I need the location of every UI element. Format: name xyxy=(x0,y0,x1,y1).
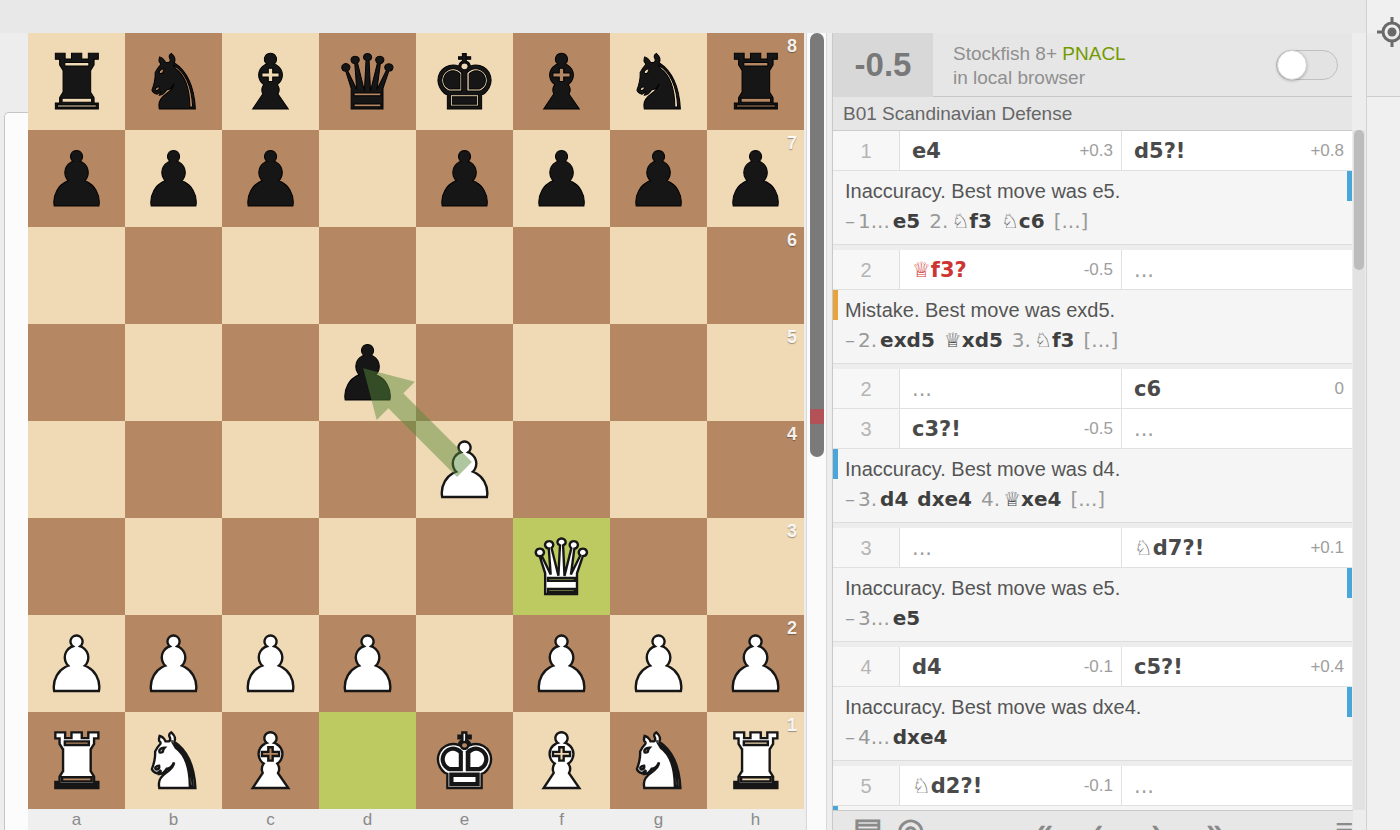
variation-marker: – xyxy=(845,725,855,749)
previous-move-icon[interactable]: ‹ xyxy=(1093,814,1103,830)
analysis-toolbar: ▤◎«‹›»≡ xyxy=(833,810,1353,830)
judgment-bar-orange xyxy=(833,290,838,320)
engine-location: in local browser xyxy=(953,66,1126,90)
square-g6[interactable] xyxy=(610,227,707,324)
annotation-comment: Inaccuracy. Best move was d4.–3.d4dxe44.… xyxy=(833,449,1352,523)
square-c4[interactable] xyxy=(222,421,319,518)
square-f1[interactable]: ♝ xyxy=(513,712,610,809)
rank-label-7: 7 xyxy=(777,133,797,154)
variation-marker: 3... xyxy=(858,606,890,630)
variation-marker: 3. xyxy=(1012,328,1031,352)
move-eval: -0.1 xyxy=(1084,766,1121,805)
annotation-comment: Mistake. Best move was exd5.–2.exd5♕xd53… xyxy=(833,290,1352,364)
move-eval: -0.1 xyxy=(1084,647,1121,686)
variation-line: –4...dxe4 xyxy=(845,722,1340,753)
move-san[interactable]: d4 xyxy=(900,647,942,686)
scrollbar-find-marker xyxy=(810,409,824,424)
move-san[interactable]: ... xyxy=(1122,250,1154,289)
move-san[interactable]: ♕f3? xyxy=(900,250,967,289)
square-f2[interactable]: ♟ xyxy=(513,615,610,712)
piece-white-rook[interactable]: ♜ xyxy=(28,712,125,809)
engine-name: Stockfish 8+ xyxy=(953,43,1057,64)
annotation-comment: Inaccuracy. Best move was e5.–3...e5 xyxy=(833,568,1352,642)
move-row: 3...♘d7?!+0.1 xyxy=(833,528,1352,568)
square-d2[interactable]: ♟ xyxy=(319,615,416,712)
next-move-icon[interactable]: › xyxy=(1151,814,1161,830)
rank-label-8: 8 xyxy=(777,36,797,57)
square-a7[interactable]: ♟ xyxy=(28,130,125,227)
move-row: 5♘d2?!-0.1... xyxy=(833,766,1352,806)
black-move-cell[interactable]: ... xyxy=(1122,409,1352,448)
right-gutter xyxy=(1366,0,1400,830)
square-b5[interactable] xyxy=(125,324,222,421)
variation-line: –1...e52.♘f3♘c6[...] xyxy=(845,206,1340,237)
square-c2[interactable]: ♟ xyxy=(222,615,319,712)
square-e3[interactable] xyxy=(416,518,513,615)
square-a1[interactable]: ♜ xyxy=(28,712,125,809)
variation-move[interactable]: d4 xyxy=(880,487,908,511)
variation-marker: 4. xyxy=(981,487,1000,511)
square-d6[interactable] xyxy=(319,227,416,324)
square-g1[interactable]: ♞ xyxy=(610,712,707,809)
square-g4[interactable] xyxy=(610,421,707,518)
comment-text: Inaccuracy. Best move was d4. xyxy=(845,454,1340,484)
black-move-cell[interactable]: ... xyxy=(1122,250,1352,289)
analysis-panel: -0.5 Stockfish 8+ PNACL in local browser… xyxy=(832,33,1352,830)
move-san[interactable]: c3?! xyxy=(900,409,961,448)
variation-marker: – xyxy=(845,606,855,630)
rank-label-2: 2 xyxy=(777,618,797,639)
white-move-cell[interactable]: c3?!-0.5 xyxy=(900,409,1122,448)
opening-name: B01 Scandinavian Defense xyxy=(833,97,1352,131)
file-coordinates: abcdefgh xyxy=(28,809,804,830)
move-eval: +0.1 xyxy=(1310,528,1352,567)
square-e2[interactable] xyxy=(416,615,513,712)
piece-white-pawn[interactable]: ♟ xyxy=(513,615,610,712)
square-a2[interactable]: ♟ xyxy=(28,615,125,712)
analysis-board-icon[interactable]: ▤ xyxy=(853,814,882,830)
file-label-f: f xyxy=(513,810,610,830)
move-san[interactable]: ♘d2?! xyxy=(900,766,982,805)
white-move-cell[interactable]: ♘d2?!-0.1 xyxy=(900,766,1122,805)
comment-text: Inaccuracy. Best move was dxe4. xyxy=(845,692,1340,722)
piece-black-pawn[interactable]: ♟ xyxy=(28,130,125,227)
variation-move[interactable]: ♘f3 xyxy=(951,209,992,233)
first-move-icon[interactable]: « xyxy=(1036,814,1053,830)
move-san[interactable]: ... xyxy=(1122,409,1154,448)
piece-black-queen[interactable]: ♛ xyxy=(319,33,416,130)
square-b4[interactable] xyxy=(125,421,222,518)
settings-gear-icon[interactable] xyxy=(1377,16,1400,48)
piece-black-king[interactable]: ♚ xyxy=(416,33,513,130)
file-label-g: g xyxy=(610,810,707,830)
comment-text: Mistake. Best move was exd5. xyxy=(845,295,1340,325)
move-eval: +0.3 xyxy=(1079,131,1121,170)
top-strip xyxy=(0,0,1400,33)
square-a8[interactable]: ♜ xyxy=(28,33,125,130)
move-san[interactable]: ... xyxy=(900,369,932,408)
square-g5[interactable] xyxy=(610,324,707,421)
piece-white-pawn[interactable]: ♟ xyxy=(28,615,125,712)
variation-marker: – xyxy=(845,209,855,233)
white-move-cell[interactable]: e4+0.3 xyxy=(900,131,1122,170)
square-f3[interactable]: ♛ xyxy=(513,518,610,615)
move-list: 1e4+0.3d5?!+0.8Inaccuracy. Best move was… xyxy=(833,131,1352,830)
piece-white-king[interactable]: ♚ xyxy=(416,712,513,809)
comment-text: Inaccuracy. Best move was e5. xyxy=(845,573,1340,603)
move-san[interactable]: c5?! xyxy=(1122,647,1183,686)
variation-marker: [...] xyxy=(1070,487,1105,511)
move-number: 2 xyxy=(833,369,900,408)
piece-black-bishop[interactable]: ♝ xyxy=(513,33,610,130)
move-san[interactable]: ♘d7?! xyxy=(1122,528,1204,567)
variation-line: –3.d4dxe44.♕xe4[...] xyxy=(845,484,1340,515)
square-e1[interactable]: ♚ xyxy=(416,712,513,809)
engine-eval: -0.5 xyxy=(833,33,933,97)
piece-black-pawn[interactable]: ♟ xyxy=(222,130,319,227)
annotation-comment: Inaccuracy. Best move was e5.–1...e52.♘f… xyxy=(833,171,1352,245)
square-d4[interactable] xyxy=(319,421,416,518)
move-eval: -0.5 xyxy=(1084,250,1121,289)
variation-marker: – xyxy=(845,328,855,352)
board-grid: ♜♞♝♛♚♝♞♜♟♟♟♟♟♟♟♟♟♛♟♟♟♟♟♟♟♜♞♝♚♝♞♜ xyxy=(28,33,804,809)
variation-move[interactable]: ♕xe4 xyxy=(1003,487,1061,511)
piece-black-pawn[interactable]: ♟ xyxy=(610,130,707,227)
square-g7[interactable]: ♟ xyxy=(610,130,707,227)
square-b1[interactable]: ♞ xyxy=(125,712,222,809)
square-a4[interactable] xyxy=(28,421,125,518)
last-move-icon[interactable]: » xyxy=(1206,814,1223,830)
square-c6[interactable] xyxy=(222,227,319,324)
piece-white-pawn[interactable]: ♟ xyxy=(610,615,707,712)
piece-black-pawn[interactable]: ♟ xyxy=(125,130,222,227)
white-move-cell[interactable]: ♕f3?-0.5 xyxy=(900,250,1122,289)
annotation-comment: Inaccuracy. Best move was dxe4.–4...dxe4 xyxy=(833,687,1352,761)
toggle-knob[interactable] xyxy=(1277,50,1307,80)
square-f6[interactable] xyxy=(513,227,610,324)
square-f8[interactable]: ♝ xyxy=(513,33,610,130)
file-label-a: a xyxy=(28,810,125,830)
file-label-c: c xyxy=(222,810,319,830)
variation-marker: [...] xyxy=(1054,209,1089,233)
square-f4[interactable] xyxy=(513,421,610,518)
rank-label-1: 1 xyxy=(777,715,797,736)
rank-label-5: 5 xyxy=(777,327,797,348)
square-a3[interactable] xyxy=(28,518,125,615)
piece-white-pawn[interactable]: ♟ xyxy=(416,421,513,518)
square-f7[interactable]: ♟ xyxy=(513,130,610,227)
engine-toggle[interactable] xyxy=(1276,50,1338,80)
move-number: 5 xyxy=(833,766,900,805)
file-label-d: d xyxy=(319,810,416,830)
opening-explorer-icon[interactable]: ◎ xyxy=(897,814,924,830)
engine-header: -0.5 Stockfish 8+ PNACL in local browser xyxy=(833,33,1352,97)
square-b6[interactable] xyxy=(125,227,222,324)
movelist-scrollbar-thumb[interactable] xyxy=(1354,130,1364,270)
move-eval: +0.4 xyxy=(1310,647,1352,686)
square-a6[interactable] xyxy=(28,227,125,324)
judgment-bar-blue xyxy=(1347,171,1352,201)
variation-marker: 2. xyxy=(858,328,877,352)
piece-white-knight[interactable]: ♞ xyxy=(125,712,222,809)
square-b2[interactable]: ♟ xyxy=(125,615,222,712)
black-move-cell[interactable]: ... xyxy=(1122,766,1352,805)
white-move-cell[interactable]: ... xyxy=(900,528,1122,567)
square-c5[interactable] xyxy=(222,324,319,421)
square-b7[interactable]: ♟ xyxy=(125,130,222,227)
piece-white-pawn[interactable]: ♟ xyxy=(222,615,319,712)
variation-move[interactable]: ♘c6 xyxy=(1001,209,1045,233)
move-row: 1e4+0.3d5?!+0.8 xyxy=(833,131,1352,171)
variation-marker: 3. xyxy=(858,487,877,511)
rank-label-3: 3 xyxy=(777,521,797,542)
chess-board: ♜♞♝♛♚♝♞♜♟♟♟♟♟♟♟♟♟♛♟♟♟♟♟♟♟♜♞♝♚♝♞♜ 8765432… xyxy=(28,33,804,809)
piece-black-pawn[interactable]: ♟ xyxy=(319,324,416,421)
piece-black-pawn[interactable]: ♟ xyxy=(416,130,513,227)
square-b3[interactable] xyxy=(125,518,222,615)
black-move-cell[interactable]: c5?!+0.4 xyxy=(1122,647,1352,686)
judgment-bar-blue xyxy=(833,449,838,479)
square-e7[interactable]: ♟ xyxy=(416,130,513,227)
piece-white-pawn[interactable]: ♟ xyxy=(319,615,416,712)
square-d8[interactable]: ♛ xyxy=(319,33,416,130)
comment-text: Inaccuracy. Best move was e5. xyxy=(845,176,1340,206)
variation-move[interactable]: dxe4 xyxy=(893,725,948,749)
variation-marker: [...] xyxy=(1084,328,1119,352)
move-san[interactable]: e4 xyxy=(900,131,941,170)
piece-black-pawn[interactable]: ♟ xyxy=(513,130,610,227)
move-number: 4 xyxy=(833,647,900,686)
piece-black-bishop[interactable]: ♝ xyxy=(222,33,319,130)
judgment-bar-blue xyxy=(1347,687,1352,717)
square-d1[interactable] xyxy=(319,712,416,809)
page-scrollbar[interactable] xyxy=(806,33,827,830)
variation-line: –2.exd5♕xd53.♘f3[...] xyxy=(845,325,1340,356)
white-move-cell[interactable]: d4-0.1 xyxy=(900,647,1122,686)
move-row: 4d4-0.1c5?!+0.4 xyxy=(833,647,1352,687)
square-e8[interactable]: ♚ xyxy=(416,33,513,130)
page: ♜♞♝♛♚♝♞♜♟♟♟♟♟♟♟♟♟♛♟♟♟♟♟♟♟♜♞♝♚♝♞♜ 8765432… xyxy=(0,0,1400,830)
move-number: 3 xyxy=(833,528,900,567)
piece-white-bishop[interactable]: ♝ xyxy=(513,712,610,809)
square-c8[interactable]: ♝ xyxy=(222,33,319,130)
square-c7[interactable]: ♟ xyxy=(222,130,319,227)
piece-black-knight[interactable]: ♞ xyxy=(125,33,222,130)
engine-info: Stockfish 8+ PNACL in local browser xyxy=(953,42,1126,90)
square-d7[interactable] xyxy=(319,130,416,227)
rank-label-4: 4 xyxy=(777,424,797,445)
move-number: 3 xyxy=(833,409,900,448)
variation-move[interactable]: ♘f3 xyxy=(1034,328,1075,352)
move-san[interactable]: c6 xyxy=(1122,369,1161,408)
variation-move[interactable]: exd5 xyxy=(880,328,935,352)
black-move-cell[interactable]: ♘d7?!+0.1 xyxy=(1122,528,1352,567)
menu-icon[interactable]: ≡ xyxy=(1335,814,1353,830)
square-b8[interactable]: ♞ xyxy=(125,33,222,130)
square-e6[interactable] xyxy=(416,227,513,324)
file-label-b: b xyxy=(125,810,222,830)
square-e4[interactable]: ♟ xyxy=(416,421,513,518)
file-label-h: h xyxy=(707,810,804,830)
move-san[interactable]: ... xyxy=(1122,766,1154,805)
page-scrollbar-thumb[interactable] xyxy=(810,33,824,457)
move-row: 3c3?!-0.5... xyxy=(833,409,1352,449)
move-san[interactable]: d5?! xyxy=(1122,131,1185,170)
variation-move[interactable]: e5 xyxy=(893,606,920,630)
square-c1[interactable]: ♝ xyxy=(222,712,319,809)
piece-white-bishop[interactable]: ♝ xyxy=(222,712,319,809)
black-move-cell[interactable]: c60 xyxy=(1122,369,1352,408)
square-g3[interactable] xyxy=(610,518,707,615)
variation-marker: 1... xyxy=(858,209,890,233)
piece-white-knight[interactable]: ♞ xyxy=(610,712,707,809)
rank-label-6: 6 xyxy=(777,230,797,251)
piece-black-rook[interactable]: ♜ xyxy=(28,33,125,130)
black-move-cell[interactable]: d5?!+0.8 xyxy=(1122,131,1352,170)
move-eval: +0.8 xyxy=(1310,131,1352,170)
move-row: 2♕f3?-0.5... xyxy=(833,250,1352,290)
move-eval: -0.5 xyxy=(1084,409,1121,448)
movelist-scrollbar[interactable] xyxy=(1353,130,1365,810)
square-a5[interactable] xyxy=(28,324,125,421)
variation-marker: – xyxy=(845,487,855,511)
left-panel-edge xyxy=(4,112,28,830)
variation-move[interactable]: ♕xd5 xyxy=(944,328,1003,352)
square-d5[interactable]: ♟ xyxy=(319,324,416,421)
square-c3[interactable] xyxy=(222,518,319,615)
square-g8[interactable]: ♞ xyxy=(610,33,707,130)
variation-move[interactable]: e5 xyxy=(893,209,920,233)
square-g2[interactable]: ♟ xyxy=(610,615,707,712)
piece-white-queen[interactable]: ♛ xyxy=(513,518,610,615)
engine-mode: PNACL xyxy=(1062,43,1125,64)
move-san[interactable]: ... xyxy=(900,528,932,567)
variation-marker: 4... xyxy=(858,725,890,749)
judgment-bar-blue xyxy=(1347,568,1352,598)
move-number: 1 xyxy=(833,131,900,170)
variation-move[interactable]: dxe4 xyxy=(917,487,972,511)
square-d3[interactable] xyxy=(319,518,416,615)
piece-black-knight[interactable]: ♞ xyxy=(610,33,707,130)
square-e5[interactable] xyxy=(416,324,513,421)
file-label-e: e xyxy=(416,810,513,830)
variation-line: –3...e5 xyxy=(845,603,1340,634)
move-number: 2 xyxy=(833,250,900,289)
piece-white-pawn[interactable]: ♟ xyxy=(125,615,222,712)
white-move-cell[interactable]: ... xyxy=(900,369,1122,408)
variation-marker: 2. xyxy=(929,209,948,233)
move-eval: 0 xyxy=(1335,369,1352,408)
move-row: 2...c60 xyxy=(833,369,1352,409)
square-f5[interactable] xyxy=(513,324,610,421)
